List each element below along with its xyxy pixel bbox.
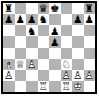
square-e6[interactable]: ♟ [49, 25, 61, 36]
square-h2[interactable]: ♟♙ [84, 70, 96, 81]
square-f8[interactable] [61, 3, 73, 14]
square-g5[interactable] [72, 36, 84, 47]
square-c1[interactable] [26, 81, 38, 92]
black-knight-c6: ♞ [26, 25, 38, 36]
square-e8[interactable]: ♚ [49, 3, 61, 14]
square-c5[interactable] [26, 36, 38, 47]
square-b6[interactable] [15, 25, 27, 36]
chess-board: ♜♛♚♜♟♟♟♞♟♟♞♟♟♝♗♛♕♟♙♞♘♟♙♟♙♟♙♟♙♜♖♜♖♚♔ [3, 3, 95, 92]
black-pawn-g7: ♟ [72, 14, 84, 25]
square-d7[interactable]: ♞ [38, 14, 50, 25]
piece-glyph: ♙ [26, 59, 38, 70]
black-pawn-h7: ♟ [84, 14, 96, 25]
square-e1[interactable] [49, 81, 61, 92]
piece-glyph: ♖ [38, 81, 50, 92]
black-pawn-e6: ♟ [49, 25, 61, 36]
square-d1[interactable]: ♜♖ [38, 81, 50, 92]
square-c7[interactable]: ♟ [26, 14, 38, 25]
square-c3[interactable]: ♟♙ [26, 59, 38, 70]
piece-glyph: ♟ [49, 25, 61, 36]
white-king-g1: ♚♔ [72, 81, 84, 92]
square-a5[interactable] [3, 36, 15, 47]
square-f5[interactable] [61, 36, 73, 47]
square-c2[interactable] [26, 70, 38, 81]
square-d3[interactable] [38, 59, 50, 70]
square-a2[interactable]: ♟♙ [3, 70, 15, 81]
square-f7[interactable] [61, 14, 73, 25]
piece-glyph: ♖ [61, 81, 73, 92]
white-queen-b3: ♛♕ [15, 59, 27, 70]
black-pawn-b7: ♟ [15, 14, 27, 25]
white-rook-d1: ♜♖ [38, 81, 50, 92]
square-e5[interactable]: ♟ [49, 36, 61, 47]
square-e2[interactable] [49, 70, 61, 81]
square-d6[interactable] [38, 25, 50, 36]
square-g4[interactable] [72, 48, 84, 59]
black-pawn-a7: ♟ [3, 14, 15, 25]
square-c6[interactable]: ♞ [26, 25, 38, 36]
piece-glyph: ♟ [26, 14, 38, 25]
piece-glyph: ♕ [15, 59, 27, 70]
square-a6[interactable] [3, 25, 15, 36]
piece-glyph: ♞ [26, 25, 38, 36]
piece-glyph: ♟ [49, 36, 61, 47]
piece-glyph: ♟ [84, 14, 96, 25]
square-h1[interactable] [84, 81, 96, 92]
piece-glyph: ♟ [15, 14, 27, 25]
square-h6[interactable] [84, 25, 96, 36]
square-f6[interactable] [61, 25, 73, 36]
piece-glyph: ♞ [38, 14, 50, 25]
white-pawn-a2: ♟♙ [3, 70, 15, 81]
piece-glyph: ♔ [72, 81, 84, 92]
square-e4[interactable] [49, 48, 61, 59]
black-pawn-e5: ♟ [49, 36, 61, 47]
piece-glyph: ♟ [72, 14, 84, 25]
square-b7[interactable]: ♟ [15, 14, 27, 25]
square-b2[interactable] [15, 70, 27, 81]
square-b4[interactable] [15, 48, 27, 59]
square-g6[interactable] [72, 25, 84, 36]
chess-board-frame: ♜♛♚♜♟♟♟♞♟♟♞♟♟♝♗♛♕♟♙♞♘♟♙♟♙♟♙♟♙♜♖♜♖♚♔ [1, 1, 97, 94]
square-h5[interactable] [84, 36, 96, 47]
white-pawn-c3: ♟♙ [26, 59, 38, 70]
square-f4[interactable] [61, 48, 73, 59]
square-b1[interactable] [15, 81, 27, 92]
square-h7[interactable]: ♟ [84, 14, 96, 25]
piece-glyph: ♙ [84, 70, 96, 81]
black-knight-d7: ♞ [38, 14, 50, 25]
square-d4[interactable] [38, 48, 50, 59]
square-a7[interactable]: ♟ [3, 14, 15, 25]
square-a4[interactable] [3, 48, 15, 59]
white-pawn-h2: ♟♙ [84, 70, 96, 81]
square-d5[interactable] [38, 36, 50, 47]
square-a1[interactable] [3, 81, 15, 92]
piece-glyph: ♟ [3, 14, 15, 25]
square-g7[interactable]: ♟ [72, 14, 84, 25]
black-king-e8: ♚ [49, 3, 61, 14]
square-g1[interactable]: ♚♔ [72, 81, 84, 92]
square-f1[interactable]: ♜♖ [61, 81, 73, 92]
square-c4[interactable] [26, 48, 38, 59]
piece-glyph: ♙ [3, 70, 15, 81]
square-h4[interactable] [84, 48, 96, 59]
black-pawn-c7: ♟ [26, 14, 38, 25]
piece-glyph: ♚ [49, 3, 61, 14]
white-rook-f1: ♜♖ [61, 81, 73, 92]
square-e7[interactable] [49, 14, 61, 25]
square-e3[interactable] [49, 59, 61, 70]
square-b5[interactable] [15, 36, 27, 47]
square-b3[interactable]: ♛♕ [15, 59, 27, 70]
